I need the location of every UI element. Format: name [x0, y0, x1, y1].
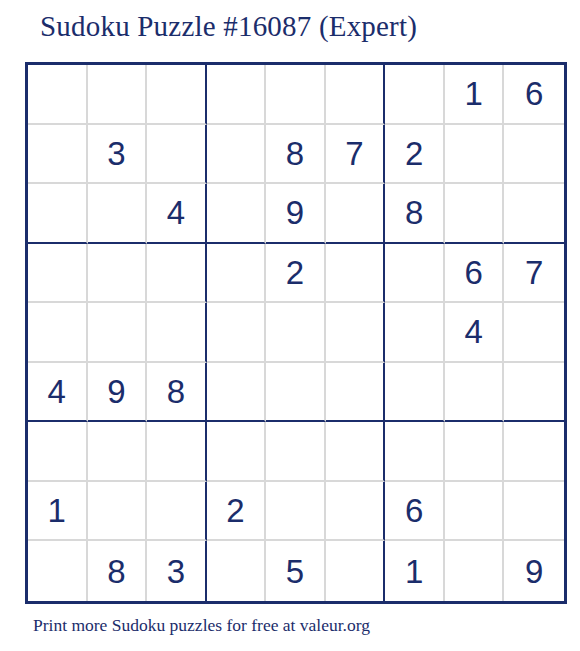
- cell-r2c8: [445, 125, 505, 185]
- cell-r8c3: [147, 482, 207, 542]
- cell-r4c1: [28, 244, 88, 304]
- cell-r6c5: [266, 363, 326, 423]
- cell-r9c9: 9: [504, 541, 564, 601]
- cell-r1c8: 1: [445, 65, 505, 125]
- cell-r3c3: 4: [147, 184, 207, 244]
- cell-r7c6: [326, 422, 386, 482]
- cell-r4c7: [385, 244, 445, 304]
- cell-r8c7: 6: [385, 482, 445, 542]
- cell-r5c7: [385, 303, 445, 363]
- cell-r1c4: [207, 65, 267, 125]
- cell-r2c7: 2: [385, 125, 445, 185]
- cell-r3c7: 8: [385, 184, 445, 244]
- cell-r5c9: [504, 303, 564, 363]
- cell-r7c4: [207, 422, 267, 482]
- cell-r7c3: [147, 422, 207, 482]
- cell-r3c6: [326, 184, 386, 244]
- cell-r1c2: [88, 65, 148, 125]
- cell-r3c2: [88, 184, 148, 244]
- cell-r3c1: [28, 184, 88, 244]
- cell-r2c3: [147, 125, 207, 185]
- cell-r7c9: [504, 422, 564, 482]
- cell-r5c3: [147, 303, 207, 363]
- page-title: Sudoku Puzzle #16087 (Expert): [40, 10, 417, 43]
- cell-r4c3: [147, 244, 207, 304]
- cell-r8c2: [88, 482, 148, 542]
- cell-r9c5: 5: [266, 541, 326, 601]
- cell-r8c9: [504, 482, 564, 542]
- cell-r9c1: [28, 541, 88, 601]
- cell-r1c5: [266, 65, 326, 125]
- cell-r8c1: 1: [28, 482, 88, 542]
- cell-r4c4: [207, 244, 267, 304]
- cell-r7c5: [266, 422, 326, 482]
- cell-r4c9: 7: [504, 244, 564, 304]
- cell-r7c1: [28, 422, 88, 482]
- sudoku-print-page: Sudoku Puzzle #16087 (Expert) 1638724982…: [0, 0, 580, 651]
- cell-r4c6: [326, 244, 386, 304]
- cell-r5c2: [88, 303, 148, 363]
- cell-r9c7: 1: [385, 541, 445, 601]
- cell-r5c6: [326, 303, 386, 363]
- cell-r7c8: [445, 422, 505, 482]
- cell-r7c2: [88, 422, 148, 482]
- cell-r2c6: 7: [326, 125, 386, 185]
- cell-r3c8: [445, 184, 505, 244]
- cell-r1c6: [326, 65, 386, 125]
- cell-r9c4: [207, 541, 267, 601]
- cell-r6c1: 4: [28, 363, 88, 423]
- cell-r4c5: 2: [266, 244, 326, 304]
- cell-r3c5: 9: [266, 184, 326, 244]
- cell-r1c9: 6: [504, 65, 564, 125]
- cell-r2c4: [207, 125, 267, 185]
- cell-r6c9: [504, 363, 564, 423]
- cell-r1c7: [385, 65, 445, 125]
- cell-r8c4: 2: [207, 482, 267, 542]
- cell-r5c4: [207, 303, 267, 363]
- cell-r8c6: [326, 482, 386, 542]
- cell-r4c2: [88, 244, 148, 304]
- cell-r6c7: [385, 363, 445, 423]
- cell-r5c5: [266, 303, 326, 363]
- cell-r2c1: [28, 125, 88, 185]
- cell-r2c2: 3: [88, 125, 148, 185]
- cell-r6c2: 9: [88, 363, 148, 423]
- cell-r6c3: 8: [147, 363, 207, 423]
- cell-r9c3: 3: [147, 541, 207, 601]
- sudoku-board: 163872498267449812683519: [25, 62, 567, 604]
- cell-r3c9: [504, 184, 564, 244]
- cell-r8c5: [266, 482, 326, 542]
- cell-r6c6: [326, 363, 386, 423]
- cell-r8c8: [445, 482, 505, 542]
- cell-r9c8: [445, 541, 505, 601]
- cell-r9c6: [326, 541, 386, 601]
- cell-r5c8: 4: [445, 303, 505, 363]
- cell-r7c7: [385, 422, 445, 482]
- cell-r3c4: [207, 184, 267, 244]
- cell-r1c1: [28, 65, 88, 125]
- cell-r6c8: [445, 363, 505, 423]
- cell-r2c5: 8: [266, 125, 326, 185]
- cell-r1c3: [147, 65, 207, 125]
- cell-r6c4: [207, 363, 267, 423]
- cell-r2c9: [504, 125, 564, 185]
- cell-r9c2: 8: [88, 541, 148, 601]
- cell-r4c8: 6: [445, 244, 505, 304]
- footer-text: Print more Sudoku puzzles for free at va…: [33, 615, 370, 636]
- cell-r5c1: [28, 303, 88, 363]
